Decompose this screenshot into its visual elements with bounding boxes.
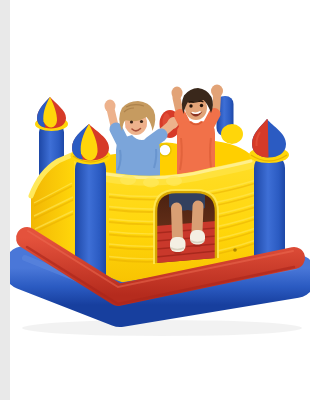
ground-shadow: [22, 320, 302, 336]
child-right-leg-right: [197, 206, 198, 231]
arch-doorway: [154, 190, 218, 264]
tower-back-right-collar: [221, 124, 243, 144]
child-right-fist-right: [211, 85, 223, 98]
product-photo-stage: [10, 0, 310, 400]
child-right-leg-left: [177, 208, 178, 238]
vent-hole: [159, 144, 171, 156]
air-valve: [233, 248, 237, 252]
child-left-shirt: [116, 135, 160, 180]
bounce-castle-illustration: [10, 0, 310, 400]
child-left-fist: [105, 100, 116, 113]
child-right-fist-left: [172, 87, 183, 100]
